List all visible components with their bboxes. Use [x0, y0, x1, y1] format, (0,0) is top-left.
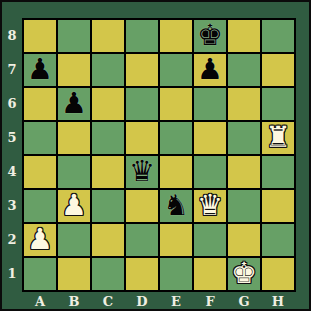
square-b3[interactable]: ♟ — [58, 190, 90, 222]
black-pawn[interactable]: ♟ — [27, 55, 53, 84]
black-pawn[interactable]: ♟ — [61, 89, 87, 118]
file-label-g: G — [228, 294, 260, 310]
square-e3[interactable]: ♞ — [160, 190, 192, 222]
square-d3[interactable] — [126, 190, 158, 222]
file-label-d: D — [126, 294, 158, 310]
rank-label-1: 1 — [2, 258, 22, 290]
square-a8[interactable] — [24, 20, 56, 52]
square-d6[interactable] — [126, 88, 158, 120]
square-d5[interactable] — [126, 122, 158, 154]
square-d2[interactable] — [126, 224, 158, 256]
square-c1[interactable] — [92, 258, 124, 290]
black-pawn[interactable]: ♟ — [197, 55, 223, 84]
square-b5[interactable] — [58, 122, 90, 154]
square-f6[interactable] — [194, 88, 226, 120]
black-queen[interactable]: ♛ — [129, 157, 155, 186]
file-label-e: E — [160, 294, 192, 310]
square-a1[interactable] — [24, 258, 56, 290]
square-g6[interactable] — [228, 88, 260, 120]
square-b1[interactable] — [58, 258, 90, 290]
square-f5[interactable] — [194, 122, 226, 154]
square-b7[interactable] — [58, 54, 90, 86]
square-d8[interactable] — [126, 20, 158, 52]
square-g8[interactable] — [228, 20, 260, 52]
square-b4[interactable] — [58, 156, 90, 188]
chessboard-frame: 87654321 ♚♟♟♟♜♛♟♞♛♟♚ ABCDEFGH — [0, 0, 311, 311]
rank-label-4: 4 — [2, 156, 22, 188]
file-label-a: A — [24, 294, 56, 310]
square-e4[interactable] — [160, 156, 192, 188]
rank-label-7: 7 — [2, 54, 22, 86]
black-king[interactable]: ♚ — [197, 21, 223, 50]
square-a3[interactable] — [24, 190, 56, 222]
square-a4[interactable] — [24, 156, 56, 188]
rank-label-6: 6 — [2, 88, 22, 120]
square-d4[interactable]: ♛ — [126, 156, 158, 188]
square-e2[interactable] — [160, 224, 192, 256]
square-g7[interactable] — [228, 54, 260, 86]
square-c2[interactable] — [92, 224, 124, 256]
file-label-b: B — [58, 294, 90, 310]
square-a7[interactable]: ♟ — [24, 54, 56, 86]
square-f8[interactable]: ♚ — [194, 20, 226, 52]
file-label-f: F — [194, 294, 226, 310]
black-knight[interactable]: ♞ — [163, 191, 189, 220]
square-e8[interactable] — [160, 20, 192, 52]
square-e7[interactable] — [160, 54, 192, 86]
square-h3[interactable] — [262, 190, 294, 222]
white-king[interactable]: ♚ — [231, 259, 257, 288]
white-pawn[interactable]: ♟ — [61, 191, 87, 220]
square-d1[interactable] — [126, 258, 158, 290]
square-e6[interactable] — [160, 88, 192, 120]
square-f1[interactable] — [194, 258, 226, 290]
square-g2[interactable] — [228, 224, 260, 256]
square-f2[interactable] — [194, 224, 226, 256]
square-g5[interactable] — [228, 122, 260, 154]
rank-label-3: 3 — [2, 190, 22, 222]
white-queen[interactable]: ♛ — [197, 191, 223, 220]
file-label-c: C — [92, 294, 124, 310]
square-h4[interactable] — [262, 156, 294, 188]
square-f3[interactable]: ♛ — [194, 190, 226, 222]
square-e5[interactable] — [160, 122, 192, 154]
white-pawn[interactable]: ♟ — [27, 225, 53, 254]
square-b6[interactable]: ♟ — [58, 88, 90, 120]
square-g4[interactable] — [228, 156, 260, 188]
rank-label-8: 8 — [2, 20, 22, 52]
square-a2[interactable]: ♟ — [24, 224, 56, 256]
square-h5[interactable]: ♜ — [262, 122, 294, 154]
rank-label-5: 5 — [2, 122, 22, 154]
square-h7[interactable] — [262, 54, 294, 86]
square-h1[interactable] — [262, 258, 294, 290]
square-c4[interactable] — [92, 156, 124, 188]
square-e1[interactable] — [160, 258, 192, 290]
square-c6[interactable] — [92, 88, 124, 120]
square-c7[interactable] — [92, 54, 124, 86]
square-a6[interactable] — [24, 88, 56, 120]
square-b8[interactable] — [58, 20, 90, 52]
square-f7[interactable]: ♟ — [194, 54, 226, 86]
file-label-h: H — [262, 294, 294, 310]
rank-label-2: 2 — [2, 224, 22, 256]
square-g3[interactable] — [228, 190, 260, 222]
square-b2[interactable] — [58, 224, 90, 256]
square-f4[interactable] — [194, 156, 226, 188]
square-g1[interactable]: ♚ — [228, 258, 260, 290]
square-h2[interactable] — [262, 224, 294, 256]
white-rook[interactable]: ♜ — [265, 123, 291, 152]
square-c8[interactable] — [92, 20, 124, 52]
chess-board: ♚♟♟♟♜♛♟♞♛♟♚ — [22, 18, 296, 292]
square-d7[interactable] — [126, 54, 158, 86]
square-c3[interactable] — [92, 190, 124, 222]
square-c5[interactable] — [92, 122, 124, 154]
square-h8[interactable] — [262, 20, 294, 52]
square-h6[interactable] — [262, 88, 294, 120]
square-a5[interactable] — [24, 122, 56, 154]
